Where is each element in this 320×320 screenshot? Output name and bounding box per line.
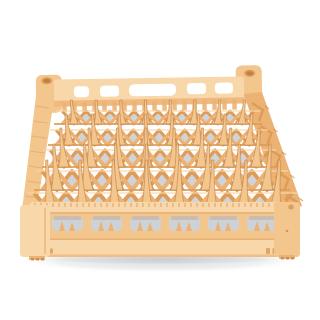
comb-tick bbox=[82, 203, 84, 207]
comb-tick bbox=[190, 203, 192, 207]
product-photo-stage bbox=[0, 0, 320, 320]
comb-tick bbox=[148, 203, 150, 207]
comb-tick bbox=[160, 203, 162, 207]
comb-tick bbox=[208, 203, 210, 207]
comb-tick bbox=[124, 203, 126, 207]
foot-tooth bbox=[291, 257, 294, 260]
comb-tick bbox=[196, 203, 198, 207]
back-tooth bbox=[212, 100, 217, 110]
corner-pin-dot bbox=[286, 230, 289, 233]
back-tooth bbox=[222, 100, 227, 110]
comb-tick bbox=[64, 203, 66, 207]
comb-tick bbox=[238, 203, 240, 207]
comb-tick bbox=[76, 203, 78, 207]
comb-tick bbox=[268, 203, 270, 207]
back-rail bbox=[36, 65, 263, 113]
handle-cutout bbox=[100, 86, 119, 97]
front-bottom-band bbox=[26, 240, 298, 257]
front-bottom-edge bbox=[26, 255, 298, 258]
comb-tick bbox=[250, 203, 252, 207]
back-tooth bbox=[162, 101, 167, 111]
comb-tick bbox=[226, 203, 228, 207]
comb-tick bbox=[130, 203, 132, 207]
comb-tick bbox=[202, 203, 204, 207]
comb-tick bbox=[184, 203, 186, 207]
back-tooth bbox=[172, 101, 177, 111]
back-tooth bbox=[152, 101, 157, 111]
dishwasher-rack-illustration bbox=[0, 0, 320, 320]
front-opening-shadow bbox=[249, 216, 277, 220]
comb-tick bbox=[244, 203, 246, 207]
vent-slot bbox=[266, 248, 270, 254]
comb-tick bbox=[154, 203, 156, 207]
comb-tick bbox=[214, 203, 216, 207]
comb-tick bbox=[94, 203, 96, 207]
back-tooth bbox=[112, 102, 117, 112]
foot-tooth bbox=[41, 258, 44, 261]
foot-tooth bbox=[286, 257, 289, 260]
front-opening-shadow bbox=[171, 216, 199, 220]
handle-cutout bbox=[215, 83, 233, 94]
comb-tick bbox=[142, 203, 144, 207]
comb-tick bbox=[112, 203, 114, 207]
front-opening-shadow bbox=[93, 216, 121, 220]
comb-tick bbox=[58, 203, 60, 207]
front-opening-shadow bbox=[54, 216, 82, 220]
comb-tick bbox=[178, 203, 180, 207]
back-tooth bbox=[202, 100, 207, 110]
handle-cutout bbox=[74, 86, 89, 97]
comb-tick bbox=[136, 203, 138, 207]
comb-tick bbox=[88, 203, 90, 207]
front-opening-shadow bbox=[132, 216, 160, 220]
comb-tick bbox=[118, 203, 120, 207]
back-tooth bbox=[182, 100, 187, 110]
handle-cutout bbox=[187, 83, 206, 94]
corner-hole-front-right bbox=[288, 204, 293, 209]
foot-tooth bbox=[281, 257, 284, 260]
comb-tick bbox=[52, 203, 54, 207]
corner-post-front-left-notch bbox=[44, 208, 46, 254]
front-assembly bbox=[20, 202, 300, 261]
front-opening-shadow bbox=[210, 216, 238, 220]
comb-tick bbox=[256, 203, 258, 207]
comb-tick bbox=[220, 203, 222, 207]
comb-tick bbox=[262, 203, 264, 207]
foot-tooth bbox=[31, 258, 34, 261]
back-tooth bbox=[232, 99, 237, 109]
comb-tick bbox=[166, 203, 168, 207]
comb-tick bbox=[232, 203, 234, 207]
comb-tick bbox=[172, 203, 174, 207]
comb-tick bbox=[106, 203, 108, 207]
handle-cutout-center bbox=[129, 84, 176, 97]
foot-tooth bbox=[36, 258, 39, 261]
corner-post-front-right bbox=[274, 202, 300, 257]
comb-tick bbox=[70, 203, 72, 207]
comb-tick bbox=[100, 203, 102, 207]
